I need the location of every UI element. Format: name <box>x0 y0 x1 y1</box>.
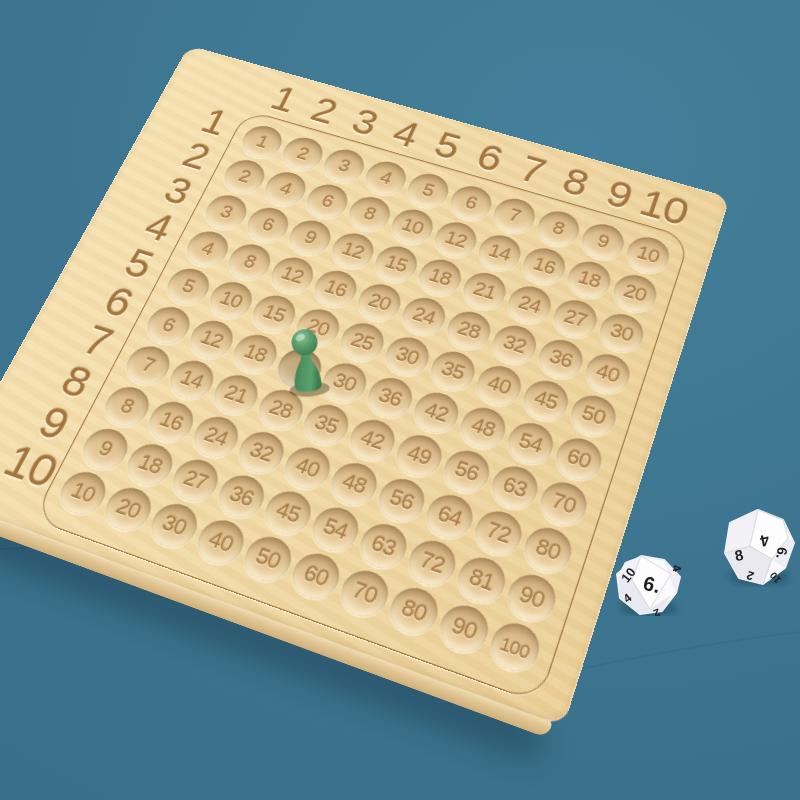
cell-value: 20 <box>365 289 394 315</box>
cell-value: 4 <box>198 238 218 260</box>
cell-value: 32 <box>500 331 529 358</box>
cell-value: 18 <box>240 340 270 367</box>
cell-value: 50 <box>252 543 285 575</box>
cell-value: 12 <box>196 326 226 353</box>
cell-value: 40 <box>593 360 622 388</box>
cell-value: 8 <box>360 203 378 225</box>
cell-value: 27 <box>561 305 590 332</box>
cell-value: 56 <box>451 457 482 487</box>
cell-value: 10 <box>216 287 246 313</box>
die-2[interactable]: 4 8 6. 2 10 <box>722 508 797 587</box>
cell-value: 50 <box>579 401 609 430</box>
cell-value: 36 <box>375 384 405 412</box>
cell-value: 49 <box>404 441 435 471</box>
cell-value: 16 <box>155 407 186 436</box>
die-1[interactable]: 6. 10 4 4 2 <box>615 553 684 616</box>
cell-value: 28 <box>265 395 296 424</box>
cell-value: 14 <box>176 366 207 394</box>
cell-value: 70 <box>348 577 381 610</box>
cell-value: 36 <box>225 481 257 511</box>
cell-value: 60 <box>564 444 594 474</box>
cell-value: 80 <box>532 534 563 566</box>
cell-value: 45 <box>272 497 304 528</box>
multiplication-board: 12345678910 12345678910 1234567891024681… <box>0 45 730 727</box>
die-face-label: 4 <box>669 563 684 573</box>
cell-value: 35 <box>438 357 468 385</box>
cell-value: 48 <box>338 469 370 499</box>
cell-value: 6 <box>258 214 277 236</box>
cell-value: 9 <box>301 227 320 249</box>
cell-value: 30 <box>607 319 636 346</box>
cell-value: 2 <box>294 144 312 164</box>
cell-value: 20 <box>621 280 649 306</box>
cell-value: 90 <box>516 581 548 614</box>
cell-value: 36 <box>546 345 575 373</box>
cell-value: 24 <box>515 292 544 319</box>
cell-value: 10 <box>634 242 662 268</box>
cell-value: 48 <box>468 413 498 442</box>
cell-value: 63 <box>367 530 399 562</box>
cell-value: 16 <box>530 253 558 279</box>
cell-value: 14 <box>485 240 513 265</box>
scene: 12345678910 12345678910 1234567891024681… <box>0 0 800 800</box>
cell-value: 40 <box>484 372 514 400</box>
cell-value: 81 <box>465 564 497 597</box>
cell-value: 10 <box>67 478 100 508</box>
cell-value: 28 <box>454 317 483 344</box>
cell-value: 54 <box>515 429 545 459</box>
cell-value: 40 <box>292 453 324 483</box>
cell-value: 16 <box>321 276 350 302</box>
cell-value: 27 <box>179 466 211 496</box>
cell-value: 40 <box>204 526 237 558</box>
cell-value: 35 <box>311 410 342 439</box>
green-pawn[interactable] <box>280 318 333 400</box>
cell-value: 4 <box>377 168 395 189</box>
cell-value: 8 <box>240 251 259 273</box>
cell-value: 30 <box>392 343 422 371</box>
cell-value: 3 <box>335 156 353 177</box>
cell-value: 63 <box>499 472 530 503</box>
cell-value: 54 <box>319 514 351 545</box>
cell-value: 56 <box>386 485 418 516</box>
cell-value: 8 <box>116 394 137 419</box>
cell-value: 45 <box>531 386 561 415</box>
cell-value: 30 <box>158 510 191 541</box>
cell-value: 42 <box>421 398 451 427</box>
cell-value: 6 <box>318 191 337 212</box>
cell-value: 5 <box>178 275 198 298</box>
cell-value: 4 <box>276 178 295 199</box>
cell-value: 18 <box>575 267 603 293</box>
cell-value: 24 <box>200 423 231 452</box>
cell-value: 20 <box>112 494 145 525</box>
cell-value: 12 <box>441 227 469 252</box>
cell-value: 72 <box>416 547 448 579</box>
cell-value: 30 <box>329 369 359 397</box>
cell-value: 12 <box>338 238 367 263</box>
cell-value: 1 <box>253 132 271 152</box>
cell-value: 9 <box>594 231 611 253</box>
cell-value: 18 <box>426 265 455 291</box>
cell-value: 21 <box>220 381 251 409</box>
cell-value: 12 <box>278 263 307 289</box>
cell-value: 8 <box>550 218 568 240</box>
cell-value: 5 <box>419 180 437 201</box>
cell-value: 6 <box>462 192 480 213</box>
cell-value: 21 <box>470 278 499 304</box>
cell-value: 42 <box>357 426 388 455</box>
cell-value: 18 <box>134 450 166 480</box>
cell-value: 3 <box>217 202 236 223</box>
cell-value: 90 <box>448 612 481 646</box>
cell-value: 6 <box>158 314 178 337</box>
cell-value: 60 <box>300 560 333 592</box>
cell-value: 70 <box>548 488 579 519</box>
cell-value: 100 <box>498 632 533 662</box>
cell-value: 24 <box>409 303 438 330</box>
cell-value: 2 <box>235 166 254 187</box>
cell-value: 72 <box>483 517 515 549</box>
cell-value: 32 <box>246 438 278 468</box>
cell-value: 25 <box>347 329 377 356</box>
cell-value: 7 <box>138 353 159 377</box>
cell-value: 10 <box>398 215 426 240</box>
cell-value: 9 <box>94 436 116 462</box>
cell-value: 15 <box>382 251 411 277</box>
cell-value: 80 <box>398 594 431 627</box>
cell-value: 7 <box>505 205 523 227</box>
cell-value: 64 <box>434 501 466 532</box>
